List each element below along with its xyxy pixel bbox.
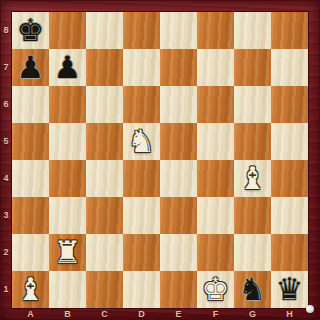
file-label-c: C — [86, 308, 123, 320]
square-a3[interactable] — [12, 197, 49, 234]
chess-board: ♚♟♟♞♝♜♝♚♞♛ — [12, 12, 308, 308]
square-e6[interactable] — [160, 86, 197, 123]
square-c6[interactable] — [86, 86, 123, 123]
black-pawn[interactable]: ♟ — [49, 49, 86, 86]
square-h6[interactable] — [271, 86, 308, 123]
file-label-g: G — [234, 308, 271, 320]
white-bishop[interactable]: ♝ — [234, 160, 271, 197]
square-e5[interactable] — [160, 123, 197, 160]
file-label-e: E — [160, 308, 197, 320]
square-b3[interactable] — [49, 197, 86, 234]
square-e7[interactable] — [160, 49, 197, 86]
square-b8[interactable] — [49, 12, 86, 49]
corner-dot — [306, 305, 314, 313]
rank-label-3: 3 — [0, 197, 12, 234]
square-e4[interactable] — [160, 160, 197, 197]
square-g5[interactable] — [234, 123, 271, 160]
white-king[interactable]: ♚ — [197, 271, 234, 308]
square-e8[interactable] — [160, 12, 197, 49]
rank-label-6: 6 — [0, 86, 12, 123]
square-d8[interactable] — [123, 12, 160, 49]
file-label-b: B — [49, 308, 86, 320]
black-pawn[interactable]: ♟ — [12, 49, 49, 86]
square-c7[interactable] — [86, 49, 123, 86]
square-d4[interactable] — [123, 160, 160, 197]
white-knight[interactable]: ♞ — [123, 123, 160, 160]
square-g3[interactable] — [234, 197, 271, 234]
square-f3[interactable] — [197, 197, 234, 234]
square-c4[interactable] — [86, 160, 123, 197]
square-h3[interactable] — [271, 197, 308, 234]
square-b4[interactable] — [49, 160, 86, 197]
white-rook[interactable]: ♜ — [49, 234, 86, 271]
square-h1[interactable]: ♛ — [271, 271, 308, 308]
square-h8[interactable] — [271, 12, 308, 49]
square-a5[interactable] — [12, 123, 49, 160]
square-b7[interactable]: ♟ — [49, 49, 86, 86]
file-label-d: D — [123, 308, 160, 320]
square-f4[interactable] — [197, 160, 234, 197]
square-f1[interactable]: ♚ — [197, 271, 234, 308]
square-g2[interactable] — [234, 234, 271, 271]
square-f5[interactable] — [197, 123, 234, 160]
rank-label-2: 2 — [0, 234, 12, 271]
square-a4[interactable] — [12, 160, 49, 197]
square-h5[interactable] — [271, 123, 308, 160]
square-b6[interactable] — [49, 86, 86, 123]
square-a1[interactable]: ♝ — [12, 271, 49, 308]
square-d5[interactable]: ♞ — [123, 123, 160, 160]
black-king[interactable]: ♚ — [12, 12, 49, 49]
file-label-h: H — [271, 308, 308, 320]
rank-label-7: 7 — [0, 49, 12, 86]
rank-label-1: 1 — [0, 271, 12, 308]
square-a2[interactable] — [12, 234, 49, 271]
square-h2[interactable] — [271, 234, 308, 271]
square-c8[interactable] — [86, 12, 123, 49]
square-g4[interactable]: ♝ — [234, 160, 271, 197]
file-label-a: A — [12, 308, 49, 320]
rank-label-5: 5 — [0, 123, 12, 160]
square-f7[interactable] — [197, 49, 234, 86]
black-knight[interactable]: ♞ — [234, 271, 271, 308]
square-c5[interactable] — [86, 123, 123, 160]
square-d3[interactable] — [123, 197, 160, 234]
white-bishop[interactable]: ♝ — [12, 271, 49, 308]
square-f6[interactable] — [197, 86, 234, 123]
square-d6[interactable] — [123, 86, 160, 123]
square-g8[interactable] — [234, 12, 271, 49]
square-a6[interactable] — [12, 86, 49, 123]
square-g7[interactable] — [234, 49, 271, 86]
square-b5[interactable] — [49, 123, 86, 160]
square-g6[interactable] — [234, 86, 271, 123]
square-a8[interactable]: ♚ — [12, 12, 49, 49]
square-d7[interactable] — [123, 49, 160, 86]
square-b1[interactable] — [49, 271, 86, 308]
square-d2[interactable] — [123, 234, 160, 271]
square-f2[interactable] — [197, 234, 234, 271]
chess-diagram: ♚♟♟♞♝♜♝♚♞♛ 87654321ABCDEFGH — [0, 0, 320, 320]
square-a7[interactable]: ♟ — [12, 49, 49, 86]
rank-label-8: 8 — [0, 12, 12, 49]
rank-label-4: 4 — [0, 160, 12, 197]
square-b2[interactable]: ♜ — [49, 234, 86, 271]
square-h4[interactable] — [271, 160, 308, 197]
square-f8[interactable] — [197, 12, 234, 49]
square-h7[interactable] — [271, 49, 308, 86]
square-c2[interactable] — [86, 234, 123, 271]
square-e2[interactable] — [160, 234, 197, 271]
black-queen[interactable]: ♛ — [271, 271, 308, 308]
file-label-f: F — [197, 308, 234, 320]
square-e1[interactable] — [160, 271, 197, 308]
square-c3[interactable] — [86, 197, 123, 234]
square-g1[interactable]: ♞ — [234, 271, 271, 308]
square-c1[interactable] — [86, 271, 123, 308]
square-e3[interactable] — [160, 197, 197, 234]
square-d1[interactable] — [123, 271, 160, 308]
